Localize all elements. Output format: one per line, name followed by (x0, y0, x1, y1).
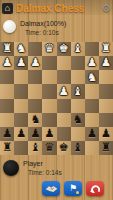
square-c7[interactable]: ♟ (28, 127, 42, 141)
square-d2[interactable] (42, 56, 56, 70)
black-pawn-piece: ♟ (30, 128, 40, 140)
square-h6[interactable] (99, 113, 113, 127)
square-a5[interactable] (0, 99, 14, 113)
square-g8[interactable] (85, 141, 99, 155)
square-e3[interactable] (57, 70, 71, 84)
white-knight-piece: ♞ (87, 72, 97, 84)
chess-board: ♜♞♛♚♝♜♟♟♟♟♟♞♟♝♞♞♟♟♟♟♟♟♜♝♛♚♝♜ (0, 42, 113, 155)
white-king-piece: ♚ (58, 43, 68, 55)
white-pawn-piece: ♟ (16, 57, 26, 69)
white-bishop-piece: ♝ (73, 43, 83, 55)
white-rook-piece: ♜ (2, 43, 12, 55)
square-d4[interactable] (42, 84, 56, 98)
undo-arrow-icon (89, 184, 101, 194)
game-controls: ⚑ (0, 177, 113, 196)
white-knight-piece: ♞ (16, 43, 26, 55)
black-pawn-piece: ♟ (16, 128, 26, 140)
square-d6[interactable] (42, 113, 56, 127)
square-f5[interactable] (71, 99, 85, 113)
top-player-row: Dalmax(100%) Time: 0:10s (0, 15, 113, 37)
square-b6[interactable] (14, 113, 28, 127)
black-king-piece: ♚ (58, 142, 68, 154)
black-rook-piece: ♜ (2, 142, 12, 154)
square-d7[interactable]: ♟ (42, 127, 56, 141)
square-a4[interactable] (0, 84, 14, 98)
square-f8[interactable]: ♝ (71, 141, 85, 155)
square-g6[interactable] (85, 113, 99, 127)
white-player-name: Dalmax(100%) (20, 20, 66, 28)
black-player-clock: Time: 0:14s (28, 169, 62, 177)
square-g2[interactable]: ♟ (85, 56, 99, 70)
white-pawn-piece: ♟ (2, 57, 12, 69)
square-h4[interactable] (99, 84, 113, 98)
resign-button[interactable]: ⚑ (64, 181, 82, 196)
black-queen-piece: ♛ (44, 142, 54, 154)
square-e7[interactable] (57, 127, 71, 141)
square-h2[interactable]: ♟ (99, 56, 113, 70)
square-f7[interactable] (71, 127, 85, 141)
square-h3[interactable] (99, 70, 113, 84)
black-pawn-piece: ♟ (2, 128, 12, 140)
square-h7[interactable]: ♟ (99, 127, 113, 141)
white-rook-piece: ♜ (101, 43, 111, 55)
square-d8[interactable]: ♛ (42, 141, 56, 155)
black-bishop-piece: ♝ (30, 142, 40, 154)
white-pawn-piece: ♟ (30, 57, 40, 69)
white-queen-piece: ♛ (44, 43, 54, 55)
square-g4[interactable] (85, 84, 99, 98)
square-d5[interactable] (42, 99, 56, 113)
black-player-name: Player (23, 160, 62, 168)
square-e8[interactable]: ♚ (57, 141, 71, 155)
square-f4[interactable]: ♝ (71, 84, 85, 98)
square-a1[interactable]: ♜ (0, 42, 14, 56)
settings-gear-icon[interactable]: ⚙ (101, 3, 111, 14)
square-a6[interactable] (0, 113, 14, 127)
handshake-icon (45, 184, 58, 193)
black-pawn-piece: ♟ (87, 128, 97, 140)
square-e2[interactable] (57, 56, 71, 70)
white-pawn-piece: ♟ (87, 57, 97, 69)
square-e1[interactable]: ♚ (57, 42, 71, 56)
square-g3[interactable]: ♞ (85, 70, 99, 84)
square-b5[interactable] (14, 99, 28, 113)
black-pawn-piece: ♟ (101, 128, 111, 140)
square-a8[interactable]: ♜ (0, 141, 14, 155)
black-knight-piece: ♞ (30, 114, 40, 126)
square-f3[interactable] (71, 70, 85, 84)
square-d1[interactable]: ♛ (42, 42, 56, 56)
bottom-player-row: Player Time: 0:14s (0, 155, 113, 177)
offer-draw-button[interactable] (42, 181, 60, 196)
square-c1[interactable] (28, 42, 42, 56)
square-e5[interactable] (57, 99, 71, 113)
white-player-avatar (3, 20, 16, 33)
square-f1[interactable]: ♝ (71, 42, 85, 56)
flag-dot (76, 191, 79, 194)
square-e6[interactable] (57, 113, 71, 127)
square-g1[interactable] (85, 42, 99, 56)
square-c6[interactable]: ♞ (28, 113, 42, 127)
black-rook-piece: ♜ (101, 142, 111, 154)
black-bishop-piece: ♝ (73, 142, 83, 154)
square-g5[interactable] (85, 99, 99, 113)
square-c5[interactable] (28, 99, 42, 113)
square-b2[interactable]: ♟ (14, 56, 28, 70)
square-f6[interactable]: ♞ (71, 113, 85, 127)
white-bishop-piece: ♝ (73, 86, 83, 98)
white-pawn-piece: ♟ (101, 57, 111, 69)
black-knight-piece: ♞ (73, 114, 83, 126)
square-e4[interactable]: ♟ (57, 84, 71, 98)
square-a7[interactable]: ♟ (0, 127, 14, 141)
app-title: Dalmax Chess (16, 3, 101, 14)
square-b3[interactable] (14, 70, 28, 84)
undo-move-button[interactable] (86, 181, 104, 196)
square-f2[interactable] (71, 56, 85, 70)
white-player-clock: Time: 0:10s (25, 29, 66, 37)
square-c2[interactable]: ♟ (28, 56, 42, 70)
dalmax-chess-app: ⌂ Dalmax Chess ⚙ Dalmax(100%) Time: 0:10… (0, 0, 113, 200)
square-a3[interactable] (0, 70, 14, 84)
square-b4[interactable] (14, 84, 28, 98)
square-b7[interactable]: ♟ (14, 127, 28, 141)
square-c3[interactable] (28, 70, 42, 84)
home-icon[interactable]: ⌂ (2, 3, 13, 14)
square-h1[interactable]: ♜ (99, 42, 113, 56)
square-b1[interactable]: ♞ (14, 42, 28, 56)
white-pawn-piece: ♟ (58, 86, 68, 98)
square-c4[interactable] (28, 84, 42, 98)
square-d3[interactable] (42, 70, 56, 84)
square-h5[interactable] (99, 99, 113, 113)
square-a2[interactable]: ♟ (0, 56, 14, 70)
black-player-avatar (3, 160, 19, 176)
square-c8[interactable]: ♝ (28, 141, 42, 155)
square-g7[interactable]: ♟ (85, 127, 99, 141)
black-pawn-piece: ♟ (44, 128, 54, 140)
square-b8[interactable] (14, 141, 28, 155)
app-header: ⌂ Dalmax Chess ⚙ (0, 0, 113, 15)
square-h8[interactable]: ♜ (99, 141, 113, 155)
